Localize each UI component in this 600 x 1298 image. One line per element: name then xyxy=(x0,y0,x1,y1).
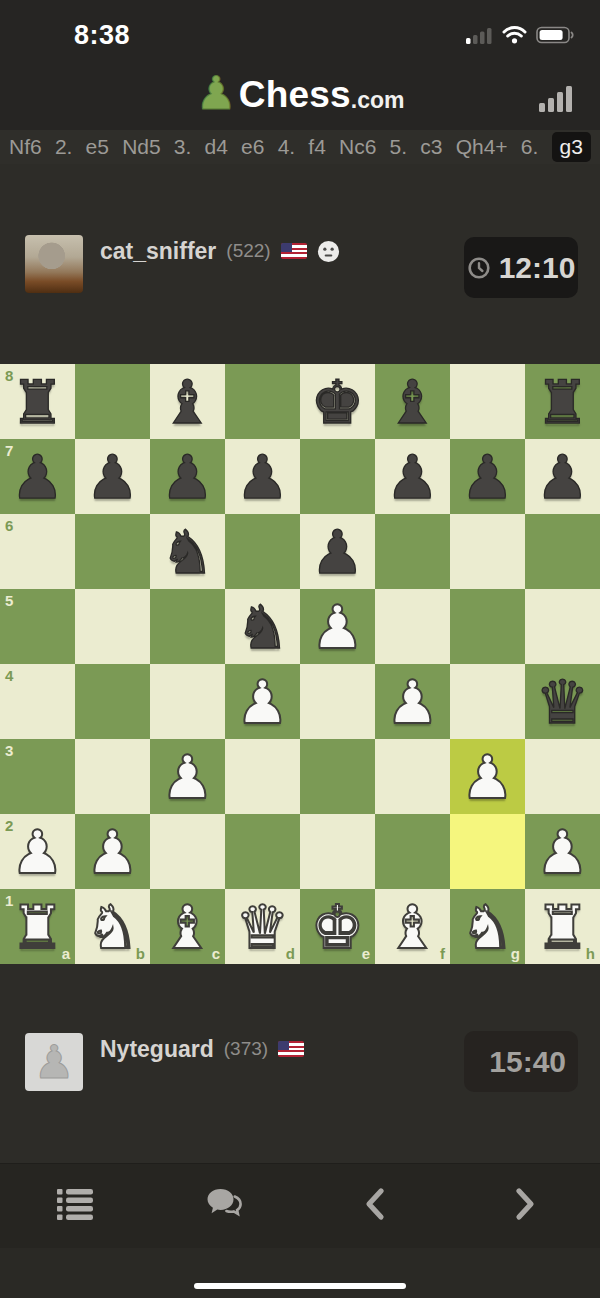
square-b6[interactable] xyxy=(75,514,150,589)
square-h2[interactable]: ♟ xyxy=(525,814,600,889)
chat-icon xyxy=(206,1188,244,1224)
square-b7[interactable]: ♟ xyxy=(75,439,150,514)
bottom-player-info[interactable]: Nyteguard (373) xyxy=(100,1034,304,1064)
square-f1[interactable]: f♝ xyxy=(375,889,450,964)
bottom-player-clock: 15:40 xyxy=(464,1031,578,1092)
home-indicator[interactable] xyxy=(194,1283,406,1289)
connection-strength-icon xyxy=(539,86,575,116)
move-token[interactable]: Nd5 xyxy=(122,135,161,159)
piece-white-pawn[interactable]: ♟ xyxy=(450,739,525,814)
rank-label-3: 3 xyxy=(5,742,13,759)
square-e2[interactable] xyxy=(300,814,375,889)
rank-label-4: 4 xyxy=(5,667,13,684)
move-list-button[interactable] xyxy=(0,1164,150,1248)
piece-white-queen[interactable]: ♛ xyxy=(225,889,300,964)
square-g6[interactable] xyxy=(450,514,525,589)
move-token[interactable]: e5 xyxy=(86,135,109,159)
square-c2[interactable] xyxy=(150,814,225,889)
logo-suffix: .com xyxy=(351,87,405,118)
square-f7[interactable]: ♟ xyxy=(375,439,450,514)
piece-black-rook[interactable]: ♜ xyxy=(0,364,75,439)
piece-black-knight[interactable]: ♞ xyxy=(225,589,300,664)
square-a5[interactable]: 5 xyxy=(0,589,75,664)
bottom-clock-time: 15:40 xyxy=(489,1045,566,1079)
piece-black-pawn[interactable]: ♟ xyxy=(150,439,225,514)
square-a8[interactable]: 8♜ xyxy=(0,364,75,439)
piece-black-king[interactable]: ♚ xyxy=(300,364,375,439)
square-f4[interactable]: ♟ xyxy=(375,664,450,739)
piece-white-rook[interactable]: ♜ xyxy=(0,889,75,964)
square-f6[interactable] xyxy=(375,514,450,589)
chesscom-logo: ♟ Chess .com xyxy=(0,72,600,118)
square-c8[interactable]: ♝ xyxy=(150,364,225,439)
square-a6[interactable]: 6 xyxy=(0,514,75,589)
piece-white-knight[interactable]: ♞ xyxy=(75,889,150,964)
piece-white-pawn[interactable]: ♟ xyxy=(300,589,375,664)
square-a4[interactable]: 4 xyxy=(0,664,75,739)
square-e5[interactable]: ♟ xyxy=(300,589,375,664)
top-chrome: 8:38 ♟ Chess xyxy=(0,0,600,130)
rank-label-5: 5 xyxy=(5,592,13,609)
move-token-current[interactable]: g3 xyxy=(552,132,591,162)
rank-label-6: 6 xyxy=(5,517,13,534)
square-e6[interactable]: ♟ xyxy=(300,514,375,589)
square-d8[interactable] xyxy=(225,364,300,439)
square-b1[interactable]: b♞ xyxy=(75,889,150,964)
piece-white-pawn[interactable]: ♟ xyxy=(0,814,75,889)
square-d2[interactable] xyxy=(225,814,300,889)
bottom-player-avatar[interactable]: ♟ xyxy=(25,1033,83,1091)
top-player-info[interactable]: cat_sniffer (522) xyxy=(100,236,340,266)
top-player-avatar[interactable] xyxy=(25,235,83,293)
square-e1[interactable]: e♚ xyxy=(300,889,375,964)
square-d7[interactable]: ♟ xyxy=(225,439,300,514)
square-d5[interactable]: ♞ xyxy=(225,589,300,664)
move-token[interactable]: 5. xyxy=(390,135,408,159)
piece-white-pawn[interactable]: ♟ xyxy=(75,814,150,889)
piece-white-king[interactable]: ♚ xyxy=(300,889,375,964)
status-time: 8:38 xyxy=(74,20,130,51)
square-b3[interactable] xyxy=(75,739,150,814)
move-list: Nf62.e5Nd53.d4e64.f4Nc65.c3Qh4+6.g3 xyxy=(0,130,600,164)
forward-move-button[interactable] xyxy=(450,1164,600,1248)
move-token[interactable]: Qh4+ xyxy=(456,135,508,159)
wifi-icon xyxy=(502,26,527,48)
square-h6[interactable] xyxy=(525,514,600,589)
piece-black-pawn[interactable]: ♟ xyxy=(450,439,525,514)
square-a7[interactable]: 7♟ xyxy=(0,439,75,514)
piece-white-bishop[interactable]: ♝ xyxy=(375,889,450,964)
square-f5[interactable] xyxy=(375,589,450,664)
green-pawn-logo-icon: ♟ xyxy=(196,70,237,116)
square-b4[interactable] xyxy=(75,664,150,739)
square-d1[interactable]: d♛ xyxy=(225,889,300,964)
square-c6[interactable]: ♞ xyxy=(150,514,225,589)
square-c7[interactable]: ♟ xyxy=(150,439,225,514)
bottom-player-rating: (373) xyxy=(224,1038,268,1060)
piece-black-knight[interactable]: ♞ xyxy=(150,514,225,589)
square-b5[interactable] xyxy=(75,589,150,664)
piece-white-knight[interactable]: ♞ xyxy=(450,889,525,964)
gray-pawn-avatar-icon: ♟ xyxy=(33,1039,74,1085)
status-icons xyxy=(466,26,576,48)
square-f2[interactable] xyxy=(375,814,450,889)
piece-black-pawn[interactable]: ♟ xyxy=(525,439,600,514)
list-icon xyxy=(57,1188,94,1224)
cellular-signal-icon xyxy=(466,27,493,48)
move-token[interactable]: 4. xyxy=(278,135,296,159)
us-flag-icon xyxy=(281,243,307,259)
square-d3[interactable] xyxy=(225,739,300,814)
move-token[interactable]: f4 xyxy=(308,135,326,159)
move-token[interactable]: Nf6 xyxy=(9,135,42,159)
square-d6[interactable] xyxy=(225,514,300,589)
piece-black-pawn[interactable]: ♟ xyxy=(300,514,375,589)
back-move-button[interactable] xyxy=(300,1164,450,1248)
logo-text: Chess xyxy=(239,74,351,116)
square-c3[interactable]: ♟ xyxy=(150,739,225,814)
square-c1[interactable]: c♝ xyxy=(150,889,225,964)
top-player-rating: (522) xyxy=(226,240,270,262)
move-token[interactable]: 3. xyxy=(174,135,192,159)
piece-white-pawn[interactable]: ♟ xyxy=(225,664,300,739)
piece-white-rook[interactable]: ♜ xyxy=(525,889,600,964)
top-clock-time: 12:10 xyxy=(499,251,576,285)
move-token[interactable]: 2. xyxy=(55,135,73,159)
square-c5[interactable] xyxy=(150,589,225,664)
square-g8[interactable] xyxy=(450,364,525,439)
chevron-right-icon xyxy=(512,1186,538,1226)
square-a2[interactable]: 2♟ xyxy=(0,814,75,889)
top-player-name[interactable]: cat_sniffer xyxy=(100,238,216,265)
chevron-left-icon xyxy=(362,1186,388,1226)
square-h7[interactable]: ♟ xyxy=(525,439,600,514)
square-b8[interactable] xyxy=(75,364,150,439)
square-h8[interactable]: ♜ xyxy=(525,364,600,439)
square-e8[interactable]: ♚ xyxy=(300,364,375,439)
move-token[interactable]: c3 xyxy=(420,135,442,159)
piece-black-pawn[interactable]: ♟ xyxy=(375,439,450,514)
piece-black-queen[interactable]: ♛ xyxy=(525,664,600,739)
square-a3[interactable]: 3 xyxy=(0,739,75,814)
top-player-clock: 12:10 xyxy=(464,237,578,298)
chat-button[interactable] xyxy=(150,1164,300,1248)
piece-black-pawn[interactable]: ♟ xyxy=(225,439,300,514)
neutral-face-icon xyxy=(317,240,340,263)
square-f3[interactable] xyxy=(375,739,450,814)
move-token[interactable]: Nc6 xyxy=(339,135,376,159)
piece-black-pawn[interactable]: ♟ xyxy=(0,439,75,514)
square-e7[interactable] xyxy=(300,439,375,514)
square-a1[interactable]: 1a♜ xyxy=(0,889,75,964)
bottom-player-name[interactable]: Nyteguard xyxy=(100,1036,214,1063)
bottom-toolbar xyxy=(0,1163,600,1248)
bottom-strip xyxy=(0,1248,600,1298)
move-token[interactable]: e6 xyxy=(241,135,264,159)
square-h4[interactable]: ♛ xyxy=(525,664,600,739)
square-g7[interactable]: ♟ xyxy=(450,439,525,514)
piece-black-pawn[interactable]: ♟ xyxy=(75,439,150,514)
piece-white-pawn[interactable]: ♟ xyxy=(375,664,450,739)
piece-black-bishop[interactable]: ♝ xyxy=(150,364,225,439)
us-flag-icon xyxy=(278,1041,304,1057)
square-g3[interactable]: ♟ xyxy=(450,739,525,814)
square-h3[interactable] xyxy=(525,739,600,814)
piece-black-rook[interactable]: ♜ xyxy=(525,364,600,439)
piece-black-bishop[interactable]: ♝ xyxy=(375,364,450,439)
square-h5[interactable] xyxy=(525,589,600,664)
square-e4[interactable] xyxy=(300,664,375,739)
battery-icon xyxy=(536,26,576,48)
square-d4[interactable]: ♟ xyxy=(225,664,300,739)
move-token[interactable]: d4 xyxy=(205,135,228,159)
square-h1[interactable]: h♜ xyxy=(525,889,600,964)
square-b2[interactable]: ♟ xyxy=(75,814,150,889)
square-e3[interactable] xyxy=(300,739,375,814)
clock-icon xyxy=(467,256,491,280)
square-f8[interactable]: ♝ xyxy=(375,364,450,439)
piece-white-bishop[interactable]: ♝ xyxy=(150,889,225,964)
square-g2[interactable] xyxy=(450,814,525,889)
square-g4[interactable] xyxy=(450,664,525,739)
piece-white-pawn[interactable]: ♟ xyxy=(150,739,225,814)
chess-board[interactable]: 8♜♝♚♝♜7♟♟♟♟♟♟♟6♞♟5♞♟4♟♟♛3♟♟2♟♟♟1a♜b♞c♝d♛… xyxy=(0,364,600,964)
square-c4[interactable] xyxy=(150,664,225,739)
square-g1[interactable]: g♞ xyxy=(450,889,525,964)
move-token[interactable]: 6. xyxy=(521,135,539,159)
square-g5[interactable] xyxy=(450,589,525,664)
piece-white-pawn[interactable]: ♟ xyxy=(525,814,600,889)
